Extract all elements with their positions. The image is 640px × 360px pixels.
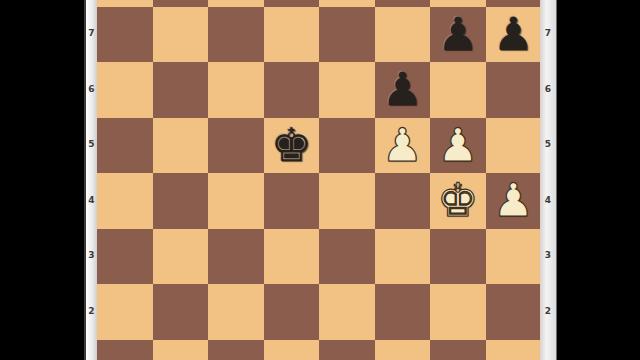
square-d6[interactable] <box>264 62 320 118</box>
square-c1[interactable] <box>208 340 264 360</box>
square-e3[interactable] <box>319 229 375 285</box>
square-b3[interactable] <box>153 229 209 285</box>
rank-label-3: 3 <box>86 250 97 260</box>
square-d3[interactable] <box>264 229 320 285</box>
square-h4[interactable]: ♟ <box>486 173 542 229</box>
rank-labels-right: 765432 <box>540 0 557 360</box>
square-a3[interactable] <box>97 229 153 285</box>
square-e6[interactable] <box>319 62 375 118</box>
square-b4[interactable] <box>153 173 209 229</box>
rank-label-5: 5 <box>540 139 556 149</box>
square-g4[interactable]: ♚ <box>430 173 486 229</box>
square-a5[interactable] <box>97 118 153 174</box>
rank-label-5: 5 <box>86 139 97 149</box>
square-h1[interactable] <box>486 340 542 360</box>
piece-black-pawn[interactable]: ♟ <box>486 7 542 63</box>
square-f3[interactable] <box>375 229 431 285</box>
square-e7[interactable] <box>319 7 375 63</box>
square-a7[interactable] <box>97 7 153 63</box>
rank-label-6: 6 <box>86 84 97 94</box>
rank-label-2: 2 <box>540 306 556 316</box>
square-g5[interactable]: ♟ <box>430 118 486 174</box>
piece-white-king[interactable]: ♚ <box>430 173 486 229</box>
square-d5[interactable]: ♚ <box>264 118 320 174</box>
square-f7[interactable] <box>375 7 431 63</box>
square-f6[interactable]: ♟ <box>375 62 431 118</box>
square-c3[interactable] <box>208 229 264 285</box>
square-b6[interactable] <box>153 62 209 118</box>
piece-white-pawn[interactable]: ♟ <box>430 118 486 174</box>
board-viewport: ♟♟♟♚♟♟♚♟ <box>97 0 541 360</box>
square-d4[interactable] <box>264 173 320 229</box>
rank-label-4: 4 <box>86 195 97 205</box>
square-b7[interactable] <box>153 7 209 63</box>
square-a6[interactable] <box>97 62 153 118</box>
board: ♟♟♟♚♟♟♚♟ <box>97 0 541 360</box>
piece-white-pawn[interactable]: ♟ <box>375 118 431 174</box>
square-h2[interactable] <box>486 284 542 340</box>
square-d7[interactable] <box>264 7 320 63</box>
square-g6[interactable] <box>430 62 486 118</box>
chess-app-frame: 765432 ♟♟♟♚♟♟♚♟ 765432 <box>0 0 640 360</box>
square-e1[interactable] <box>319 340 375 360</box>
square-b5[interactable] <box>153 118 209 174</box>
square-h7[interactable]: ♟ <box>486 7 542 63</box>
rank-label-7: 7 <box>86 28 97 38</box>
square-c7[interactable] <box>208 7 264 63</box>
rank-label-4: 4 <box>540 195 556 205</box>
square-c5[interactable] <box>208 118 264 174</box>
square-a4[interactable] <box>97 173 153 229</box>
square-c2[interactable] <box>208 284 264 340</box>
square-h5[interactable] <box>486 118 542 174</box>
square-b2[interactable] <box>153 284 209 340</box>
square-e5[interactable] <box>319 118 375 174</box>
square-d1[interactable] <box>264 340 320 360</box>
square-b1[interactable] <box>153 340 209 360</box>
square-f5[interactable]: ♟ <box>375 118 431 174</box>
rank-labels-left: 765432 <box>84 0 97 360</box>
square-d2[interactable] <box>264 284 320 340</box>
square-f1[interactable] <box>375 340 431 360</box>
piece-black-pawn[interactable]: ♟ <box>375 62 431 118</box>
square-g2[interactable] <box>430 284 486 340</box>
square-a2[interactable] <box>97 284 153 340</box>
square-g7[interactable]: ♟ <box>430 7 486 63</box>
square-h6[interactable] <box>486 62 542 118</box>
square-e2[interactable] <box>319 284 375 340</box>
piece-black-pawn[interactable]: ♟ <box>430 7 486 63</box>
square-c4[interactable] <box>208 173 264 229</box>
rank-label-6: 6 <box>540 84 556 94</box>
piece-black-king[interactable]: ♚ <box>264 118 320 174</box>
square-f4[interactable] <box>375 173 431 229</box>
square-g1[interactable] <box>430 340 486 360</box>
square-c6[interactable] <box>208 62 264 118</box>
rank-label-7: 7 <box>540 28 556 38</box>
square-f2[interactable] <box>375 284 431 340</box>
rank-label-3: 3 <box>540 250 556 260</box>
square-a1[interactable] <box>97 340 153 360</box>
square-e4[interactable] <box>319 173 375 229</box>
square-h3[interactable] <box>486 229 542 285</box>
piece-white-pawn[interactable]: ♟ <box>486 173 542 229</box>
square-g3[interactable] <box>430 229 486 285</box>
rank-label-2: 2 <box>86 306 97 316</box>
